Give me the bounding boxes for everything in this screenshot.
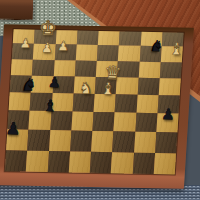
- white-pawn[interactable]: ♟: [56, 39, 70, 52]
- black-pawn[interactable]: ♟: [4, 120, 22, 137]
- white-pawn[interactable]: ♟: [18, 36, 32, 49]
- piece-layer: ♚♟♟♟♞♝♛♞♝♞♟♝♟♟: [0, 24, 194, 188]
- white-bishop[interactable]: ♝: [100, 81, 117, 97]
- wooden-box: [0, 0, 33, 20]
- chess-photo-scene: ♚♟♟♟♞♝♛♞♝♞♟♝♟♟: [0, 0, 200, 200]
- black-bishop[interactable]: ♝: [41, 98, 58, 114]
- black-pawn[interactable]: ♟: [47, 75, 62, 89]
- white-king[interactable]: ♚: [37, 18, 58, 38]
- black-knight[interactable]: ♞: [148, 39, 164, 54]
- chess-board: ♚♟♟♟♞♝♛♞♝♞♟♝♟♟: [0, 24, 194, 188]
- white-bishop[interactable]: ♝: [168, 41, 185, 57]
- black-knight[interactable]: ♞: [20, 77, 38, 94]
- white-knight[interactable]: ♞: [78, 81, 95, 97]
- white-pawn[interactable]: ♟: [40, 41, 54, 54]
- black-pawn[interactable]: ♟: [160, 107, 176, 122]
